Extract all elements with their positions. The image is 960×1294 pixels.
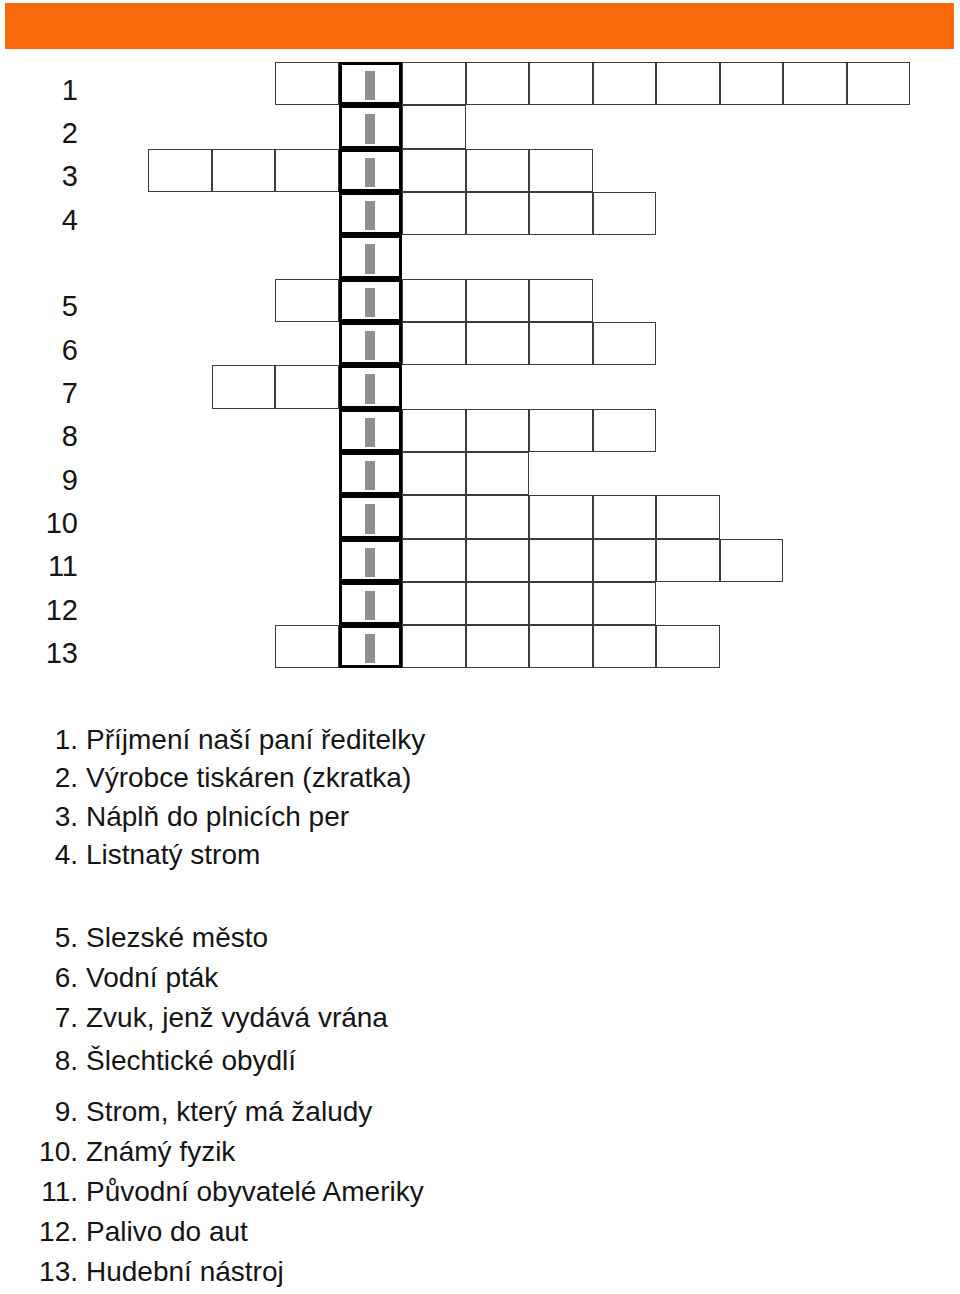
cell-r13-c8[interactable] <box>593 582 657 625</box>
cell-r7-c8[interactable] <box>593 322 657 365</box>
solution-column-stripe <box>365 418 375 447</box>
clue-number: 10. <box>0 1135 78 1169</box>
cell-r10-c6[interactable] <box>466 452 530 495</box>
clue-3: 3.Náplň do plnicích per <box>0 800 349 834</box>
cell-r12-c9[interactable] <box>656 539 720 582</box>
cell-r5-c4-solution-column[interactable] <box>339 235 403 278</box>
cell-r4-c8[interactable] <box>593 192 657 235</box>
solution-column-stripe <box>365 374 375 403</box>
cell-r3-c5[interactable] <box>402 149 466 192</box>
grid-row-number-7: 7 <box>0 379 78 407</box>
cell-r14-c5[interactable] <box>402 625 466 668</box>
grid-row-number-10: 10 <box>0 509 78 537</box>
clue-text: Náplň do plnicích per <box>86 800 349 834</box>
cell-r13-c4-solution-column[interactable] <box>339 582 403 625</box>
cell-r9-c4-solution-column[interactable] <box>339 409 403 452</box>
cell-r6-c3[interactable] <box>275 279 339 322</box>
cell-r11-c7[interactable] <box>529 495 593 538</box>
cell-r3-c1[interactable] <box>148 149 212 192</box>
solution-column-stripe <box>365 461 375 490</box>
solution-column-stripe <box>365 244 375 273</box>
cell-r3-c7[interactable] <box>529 149 593 192</box>
solution-column-stripe <box>365 548 375 577</box>
grid-row-number-13: 13 <box>0 639 78 667</box>
cell-r6-c4-solution-column[interactable] <box>339 279 403 322</box>
cell-r6-c5[interactable] <box>402 279 466 322</box>
grid-row-number-3: 3 <box>0 162 78 190</box>
cell-r2-c4-solution-column[interactable] <box>339 105 403 148</box>
grid-row-number-5: 5 <box>0 292 78 320</box>
clue-text: Šlechtické obydlí <box>86 1044 296 1078</box>
cell-r2-c5[interactable] <box>402 105 466 148</box>
cell-r6-c7[interactable] <box>529 279 593 322</box>
clue-number: 9. <box>0 1095 78 1129</box>
solution-column-stripe <box>365 591 375 620</box>
clue-text: Původní obyvatelé Ameriky <box>86 1175 424 1209</box>
cell-r13-c5[interactable] <box>402 582 466 625</box>
clue-number: 11. <box>0 1175 78 1209</box>
clue-12: 12.Palivo do aut <box>0 1215 248 1249</box>
clue-number: 6. <box>0 961 78 995</box>
cell-r11-c8[interactable] <box>593 495 657 538</box>
cell-r8-c3[interactable] <box>275 365 339 408</box>
cell-r1-c5[interactable] <box>402 62 466 105</box>
clue-10: 10.Známý fyzik <box>0 1135 235 1169</box>
cell-r12-c10[interactable] <box>720 539 784 582</box>
clue-text: Palivo do aut <box>86 1215 248 1249</box>
solution-column-stripe <box>365 158 375 187</box>
cell-r1-c12[interactable] <box>847 62 911 105</box>
cell-r8-c2[interactable] <box>212 365 276 408</box>
cell-r7-c5[interactable] <box>402 322 466 365</box>
cell-r3-c4-solution-column[interactable] <box>339 149 403 192</box>
clue-text: Výrobce tiskáren (zkratka) <box>86 761 411 795</box>
cell-r9-c5[interactable] <box>402 409 466 452</box>
clue-text: Listnatý strom <box>86 838 260 872</box>
clue-number: 4. <box>0 838 78 872</box>
worksheet-page: 12345678910111213 1.Příjmení naší paní ř… <box>0 0 960 1294</box>
grid-row-number-12: 12 <box>0 596 78 624</box>
solution-column-stripe <box>365 201 375 230</box>
cell-r9-c8[interactable] <box>593 409 657 452</box>
cell-r1-c3[interactable] <box>275 62 339 105</box>
clue-number: 7. <box>0 1001 78 1035</box>
clue-text: Zvuk, jenž vydává vrána <box>86 1001 388 1035</box>
cell-r3-c6[interactable] <box>466 149 530 192</box>
cell-r12-c4-solution-column[interactable] <box>339 539 403 582</box>
cell-r1-c6[interactable] <box>466 62 530 105</box>
clue-4: 4.Listnatý strom <box>0 838 260 872</box>
clue-number: 1. <box>0 723 78 757</box>
solution-column-stripe <box>365 331 375 360</box>
cell-r14-c6[interactable] <box>466 625 530 668</box>
cell-r11-c9[interactable] <box>656 495 720 538</box>
cell-r4-c4-solution-column[interactable] <box>339 192 403 235</box>
cell-r9-c6[interactable] <box>466 409 530 452</box>
solution-column-stripe <box>365 634 375 663</box>
cell-r1-c7[interactable] <box>529 62 593 105</box>
header-bar <box>5 3 954 49</box>
clue-5: 5.Slezské město <box>0 921 268 955</box>
cell-r12-c8[interactable] <box>593 539 657 582</box>
clue-9: 9.Strom, který má žaludy <box>0 1095 372 1129</box>
clue-13: 13.Hudební nástroj <box>0 1255 284 1289</box>
cell-r11-c6[interactable] <box>466 495 530 538</box>
cell-r7-c7[interactable] <box>529 322 593 365</box>
clue-number: 5. <box>0 921 78 955</box>
clue-text: Strom, který má žaludy <box>86 1095 372 1129</box>
cell-r11-c4-solution-column[interactable] <box>339 495 403 538</box>
clue-number: 3. <box>0 800 78 834</box>
clue-number: 2. <box>0 761 78 795</box>
cell-r1-c10[interactable] <box>720 62 784 105</box>
clue-6: 6.Vodní pták <box>0 961 218 995</box>
cell-r4-c6[interactable] <box>466 192 530 235</box>
clue-8: 8.Šlechtické obydlí <box>0 1044 296 1078</box>
cell-r13-c7[interactable] <box>529 582 593 625</box>
clue-11: 11.Původní obyvatelé Ameriky <box>0 1175 424 1209</box>
cell-r6-c6[interactable] <box>466 279 530 322</box>
cell-r14-c3[interactable] <box>275 625 339 668</box>
cell-r7-c4-solution-column[interactable] <box>339 322 403 365</box>
cell-r10-c4-solution-column[interactable] <box>339 452 403 495</box>
cell-r1-c4-solution-column[interactable] <box>339 62 403 105</box>
cell-r12-c7[interactable] <box>529 539 593 582</box>
clue-text: Příjmení naší paní ředitelky <box>86 723 425 757</box>
cell-r11-c5[interactable] <box>402 495 466 538</box>
clue-7: 7.Zvuk, jenž vydává vrána <box>0 1001 388 1035</box>
grid-row-number-11: 11 <box>0 552 78 580</box>
cell-r14-c7[interactable] <box>529 625 593 668</box>
grid-row-number-9: 9 <box>0 466 78 494</box>
solution-column-stripe <box>365 288 375 317</box>
cell-r13-c6[interactable] <box>466 582 530 625</box>
clue-text: Známý fyzik <box>86 1135 235 1169</box>
cell-r4-c7[interactable] <box>529 192 593 235</box>
clue-number: 12. <box>0 1215 78 1249</box>
clue-text: Hudební nástroj <box>86 1255 284 1289</box>
cell-r14-c4-solution-column[interactable] <box>339 625 403 668</box>
cell-r14-c8[interactable] <box>593 625 657 668</box>
grid-row-number-4: 4 <box>0 206 78 234</box>
clue-number: 13. <box>0 1255 78 1289</box>
cell-r3-c3[interactable] <box>275 149 339 192</box>
grid-row-number-1: 1 <box>0 76 78 104</box>
cell-r1-c9[interactable] <box>656 62 720 105</box>
cell-r12-c6[interactable] <box>466 539 530 582</box>
clue-1: 1.Příjmení naší paní ředitelky <box>0 723 425 757</box>
cell-r8-c4-solution-column[interactable] <box>339 365 403 408</box>
clue-text: Vodní pták <box>86 961 218 995</box>
grid-row-number-8: 8 <box>0 422 78 450</box>
cell-r1-c8[interactable] <box>593 62 657 105</box>
cell-r4-c5[interactable] <box>402 192 466 235</box>
clue-number: 8. <box>0 1044 78 1078</box>
cell-r10-c5[interactable] <box>402 452 466 495</box>
clue-text: Slezské město <box>86 921 268 955</box>
cell-r3-c2[interactable] <box>212 149 276 192</box>
cell-r12-c5[interactable] <box>402 539 466 582</box>
cell-r14-c9[interactable] <box>656 625 720 668</box>
grid-row-number-2: 2 <box>0 119 78 147</box>
solution-column-stripe <box>365 71 375 100</box>
cell-r9-c7[interactable] <box>529 409 593 452</box>
cell-r1-c11[interactable] <box>783 62 847 105</box>
solution-column-stripe <box>365 114 375 143</box>
grid-row-number-6: 6 <box>0 336 78 364</box>
solution-column-stripe <box>365 504 375 533</box>
cell-r7-c6[interactable] <box>466 322 530 365</box>
clue-2: 2.Výrobce tiskáren (zkratka) <box>0 761 411 795</box>
